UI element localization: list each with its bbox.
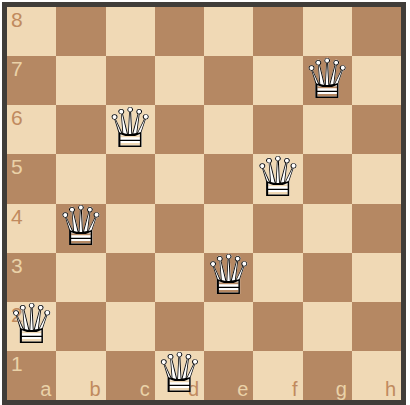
square-a2[interactable]: 2♛♕ [7, 302, 56, 351]
square-a4[interactable]: 4 [7, 204, 56, 253]
square-f2[interactable] [253, 302, 302, 351]
square-g7[interactable]: ♛♕ [303, 56, 352, 105]
square-e5[interactable] [204, 154, 253, 203]
square-g4[interactable] [303, 204, 352, 253]
file-label-f: f [292, 379, 298, 399]
square-e1[interactable]: e [204, 351, 253, 400]
square-b8[interactable] [56, 7, 105, 56]
white-queen-outline-glyph: ♕ [106, 101, 155, 156]
rank-label-7: 7 [11, 58, 23, 79]
file-label-c: c [140, 379, 150, 399]
white-queen-outline-glyph: ♕ [7, 297, 56, 352]
file-label-b: b [89, 379, 100, 399]
square-a6[interactable]: 6 [7, 105, 56, 154]
square-f5[interactable]: ♛♕ [253, 154, 302, 203]
white-queen-outline-glyph: ♕ [56, 199, 105, 254]
white-queen-e3[interactable]: ♛♕ [204, 253, 253, 302]
square-g6[interactable] [303, 105, 352, 154]
square-a1[interactable]: 1a [7, 351, 56, 400]
rank-label-3: 3 [11, 255, 23, 276]
chess-board-frame: 87♛♕6♛♕5♛♕4♛♕3♛♕2♛♕1abcd♛♕efgh [2, 2, 406, 405]
white-queen-outline-glyph: ♕ [155, 346, 204, 401]
file-label-h: h [385, 379, 396, 399]
square-b4[interactable]: ♛♕ [56, 204, 105, 253]
square-g1[interactable]: g [303, 351, 352, 400]
rank-label-6: 6 [11, 107, 23, 128]
square-d3[interactable] [155, 253, 204, 302]
square-a7[interactable]: 7 [7, 56, 56, 105]
square-h3[interactable] [352, 253, 401, 302]
file-label-e: e [237, 379, 248, 399]
square-c8[interactable] [106, 7, 155, 56]
square-g3[interactable] [303, 253, 352, 302]
square-c4[interactable] [106, 204, 155, 253]
rank-label-8: 8 [11, 9, 23, 30]
square-c1[interactable]: c [106, 351, 155, 400]
white-queen-a2[interactable]: ♛♕ [7, 302, 56, 351]
white-queen-outline-glyph: ♕ [204, 248, 253, 303]
square-f8[interactable] [253, 7, 302, 56]
square-h6[interactable] [352, 105, 401, 154]
square-b2[interactable] [56, 302, 105, 351]
square-a8[interactable]: 8 [7, 7, 56, 56]
square-h7[interactable] [352, 56, 401, 105]
file-label-a: a [40, 379, 51, 399]
square-b3[interactable] [56, 253, 105, 302]
square-b1[interactable]: b [56, 351, 105, 400]
square-d4[interactable] [155, 204, 204, 253]
white-queen-f5[interactable]: ♛♕ [253, 154, 302, 203]
square-e7[interactable] [204, 56, 253, 105]
white-queen-d1[interactable]: ♛♕ [155, 351, 204, 400]
rank-label-5: 5 [11, 156, 23, 177]
square-b7[interactable] [56, 56, 105, 105]
rank-label-4: 4 [11, 206, 23, 227]
square-g5[interactable] [303, 154, 352, 203]
square-h4[interactable] [352, 204, 401, 253]
square-h1[interactable]: h [352, 351, 401, 400]
square-e8[interactable] [204, 7, 253, 56]
square-c2[interactable] [106, 302, 155, 351]
square-f7[interactable] [253, 56, 302, 105]
square-d5[interactable] [155, 154, 204, 203]
chess-board: 87♛♕6♛♕5♛♕4♛♕3♛♕2♛♕1abcd♛♕efgh [7, 7, 401, 400]
square-f4[interactable] [253, 204, 302, 253]
white-queen-g7[interactable]: ♛♕ [303, 56, 352, 105]
square-h2[interactable] [352, 302, 401, 351]
square-e3[interactable]: ♛♕ [204, 253, 253, 302]
white-queen-b4[interactable]: ♛♕ [56, 204, 105, 253]
white-queen-c6[interactable]: ♛♕ [106, 105, 155, 154]
square-h5[interactable] [352, 154, 401, 203]
square-g2[interactable] [303, 302, 352, 351]
square-a5[interactable]: 5 [7, 154, 56, 203]
square-d1[interactable]: d♛♕ [155, 351, 204, 400]
square-c6[interactable]: ♛♕ [106, 105, 155, 154]
square-f1[interactable]: f [253, 351, 302, 400]
file-label-g: g [336, 379, 347, 399]
square-e2[interactable] [204, 302, 253, 351]
square-d7[interactable] [155, 56, 204, 105]
square-d8[interactable] [155, 7, 204, 56]
white-queen-outline-glyph: ♕ [253, 150, 302, 205]
square-f3[interactable] [253, 253, 302, 302]
square-c3[interactable] [106, 253, 155, 302]
square-e6[interactable] [204, 105, 253, 154]
white-queen-outline-glyph: ♕ [303, 52, 352, 107]
square-h8[interactable] [352, 7, 401, 56]
square-d6[interactable] [155, 105, 204, 154]
square-b6[interactable] [56, 105, 105, 154]
square-c5[interactable] [106, 154, 155, 203]
